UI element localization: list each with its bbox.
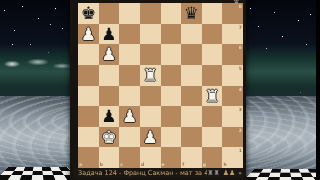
square-h3[interactable]: 3 (222, 106, 243, 127)
square-b6[interactable]: ♟ (99, 44, 120, 65)
square-d5[interactable]: ♜ (140, 65, 161, 86)
square-e5[interactable] (161, 65, 182, 86)
rank-label-3: 3 (239, 107, 242, 112)
rank-label-4: 4 (239, 87, 242, 92)
chevron-right-icon[interactable]: » (238, 168, 242, 178)
white-pawn[interactable]: ♟ (78, 24, 99, 45)
square-b5[interactable] (99, 65, 120, 86)
rank-label-7: 7 (239, 25, 242, 30)
square-d3[interactable] (140, 106, 161, 127)
file-label-a: a (79, 162, 82, 167)
rank-label-6: 6 (239, 45, 242, 50)
white-pawn[interactable]: ♟ (140, 127, 161, 148)
square-b7[interactable]: ♟ (99, 24, 120, 45)
file-label-f: f (182, 162, 184, 167)
white-pawn[interactable]: ♟ (99, 44, 120, 65)
square-f2[interactable] (181, 127, 202, 148)
rank-label-8: 8 (239, 4, 242, 9)
square-f6[interactable] (181, 44, 202, 65)
square-e8[interactable] (161, 3, 182, 24)
square-d8[interactable] (140, 3, 161, 24)
white-king[interactable]: ♚ (99, 127, 120, 148)
square-f4[interactable] (181, 86, 202, 107)
square-a5[interactable] (78, 65, 99, 86)
square-b2[interactable]: ♚ (99, 127, 120, 148)
square-a3[interactable] (78, 106, 99, 127)
right-edge-strip (316, 0, 320, 180)
square-f8[interactable]: ♛ (181, 3, 202, 24)
square-f1[interactable]: f (181, 147, 202, 168)
app-window: ♜ ♚♛8♟♟7♟6♜5♜4♟♟3♚♟2abcdefg1h Задача 124… (0, 0, 320, 180)
file-label-h: h (223, 162, 226, 167)
square-b8[interactable] (99, 3, 120, 24)
square-g3[interactable] (202, 106, 223, 127)
square-c5[interactable] (119, 65, 140, 86)
square-f7[interactable] (181, 24, 202, 45)
square-b1[interactable]: b (99, 147, 120, 168)
square-c6[interactable] (119, 44, 140, 65)
black-queen[interactable]: ♛ (181, 3, 202, 24)
square-g2[interactable] (202, 127, 223, 148)
square-e6[interactable] (161, 44, 182, 65)
rooks-nav-icon[interactable]: ♜♜ (207, 168, 220, 178)
square-g5[interactable] (202, 65, 223, 86)
square-d7[interactable] (140, 24, 161, 45)
caption-bar: Задача 124 - Франц Сакман - мат за 4 ход… (74, 168, 243, 178)
square-c7[interactable] (119, 24, 140, 45)
square-h1[interactable]: 1h (222, 147, 243, 168)
square-h7[interactable]: 7 (222, 24, 243, 45)
square-h8[interactable]: 8 (222, 3, 243, 24)
square-a8[interactable]: ♚ (78, 3, 99, 24)
black-pawn[interactable]: ♟ (99, 106, 120, 127)
square-e2[interactable] (161, 127, 182, 148)
square-f3[interactable] (181, 106, 202, 127)
board-frame: ♜ ♚♛8♟♟7♟6♜5♜4♟♟3♚♟2abcdefg1h Задача 124… (70, 0, 246, 180)
square-h5[interactable]: 5 (222, 65, 243, 86)
pawns-nav-icon[interactable]: ♟♟ (223, 168, 236, 178)
file-label-b: b (100, 162, 103, 167)
square-g7[interactable] (202, 24, 223, 45)
square-a1[interactable]: a (78, 147, 99, 168)
square-e3[interactable] (161, 106, 182, 127)
rank-label-5: 5 (239, 66, 242, 71)
rank-label-1: 1 (239, 148, 242, 153)
rank-label-2: 2 (239, 128, 242, 133)
black-pawn[interactable]: ♟ (99, 24, 120, 45)
white-pawn[interactable]: ♟ (119, 106, 140, 127)
black-king[interactable]: ♚ (78, 3, 99, 24)
square-g1[interactable]: g (202, 147, 223, 168)
square-b4[interactable] (99, 86, 120, 107)
square-c4[interactable] (119, 86, 140, 107)
file-label-g: g (203, 162, 206, 167)
square-a6[interactable] (78, 44, 99, 65)
square-d4[interactable] (140, 86, 161, 107)
chess-board: ♚♛8♟♟7♟6♜5♜4♟♟3♚♟2abcdefg1h (78, 3, 243, 168)
square-a2[interactable] (78, 127, 99, 148)
square-a4[interactable] (78, 86, 99, 107)
square-g6[interactable] (202, 44, 223, 65)
square-c1[interactable]: c (119, 147, 140, 168)
square-d1[interactable]: d (140, 147, 161, 168)
white-rook[interactable]: ♜ (140, 65, 161, 86)
file-label-e: e (162, 162, 165, 167)
square-g4[interactable]: ♜ (202, 86, 223, 107)
stars (0, 0, 1, 1)
square-b3[interactable]: ♟ (99, 106, 120, 127)
square-g8[interactable] (202, 3, 223, 24)
square-h2[interactable]: 2 (222, 127, 243, 148)
square-e4[interactable] (161, 86, 182, 107)
square-c3[interactable]: ♟ (119, 106, 140, 127)
square-f5[interactable] (181, 65, 202, 86)
square-h6[interactable]: 6 (222, 44, 243, 65)
file-label-c: c (120, 162, 123, 167)
square-e7[interactable] (161, 24, 182, 45)
square-d6[interactable] (140, 44, 161, 65)
square-c2[interactable] (119, 127, 140, 148)
white-rook[interactable]: ♜ (202, 86, 223, 107)
file-label-d: d (141, 162, 144, 167)
square-e1[interactable]: e (161, 147, 182, 168)
square-h4[interactable]: 4 (222, 86, 243, 107)
square-a7[interactable]: ♟ (78, 24, 99, 45)
square-c8[interactable] (119, 3, 140, 24)
puzzle-caption: Задача 124 - Франц Сакман - мат за 4 ход… (74, 168, 207, 178)
square-d2[interactable]: ♟ (140, 127, 161, 148)
